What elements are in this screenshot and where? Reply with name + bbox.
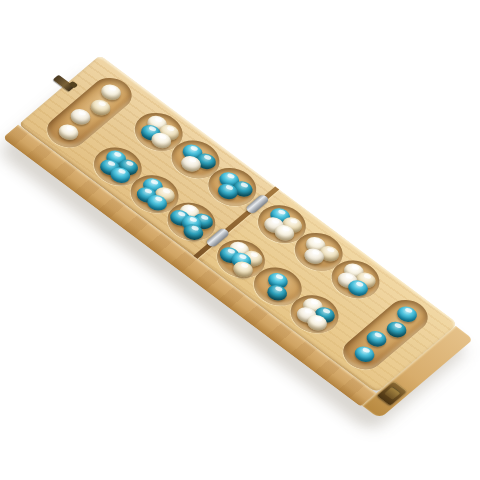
mancala-board — [2, 55, 476, 420]
product-photo-scene — [0, 0, 480, 480]
board-top-face — [18, 55, 458, 393]
